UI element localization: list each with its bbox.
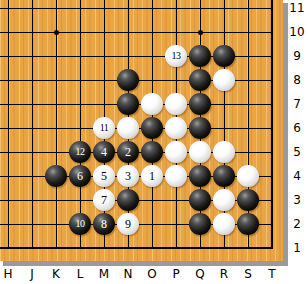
col-label-S: S xyxy=(238,267,258,281)
row-label-1: 1 xyxy=(287,240,307,256)
row-label-3: 3 xyxy=(287,192,307,208)
row-label-2: 2 xyxy=(287,216,307,232)
col-label-Q: Q xyxy=(190,267,210,281)
col-label-O: O xyxy=(142,267,162,281)
row-label-7: 7 xyxy=(287,96,307,112)
col-label-H: H xyxy=(0,267,18,281)
row-label-6: 6 xyxy=(287,120,307,136)
col-label-J: J xyxy=(22,267,42,281)
col-label-N: N xyxy=(118,267,138,281)
row-label-4: 4 xyxy=(287,168,307,184)
col-label-R: R xyxy=(214,267,234,281)
coordinate-labels: HJKLMNOPQRST1110987654321 xyxy=(0,0,308,284)
col-label-K: K xyxy=(46,267,66,281)
col-label-L: L xyxy=(70,267,90,281)
row-label-5: 5 xyxy=(287,144,307,160)
go-diagram: 13111242653171089 HJKLMNOPQRST1110987654… xyxy=(0,0,308,284)
row-label-11: 11 xyxy=(287,0,307,16)
row-label-8: 8 xyxy=(287,72,307,88)
col-label-T: T xyxy=(262,267,282,281)
row-label-10: 10 xyxy=(287,24,307,40)
col-label-P: P xyxy=(166,267,186,281)
col-label-M: M xyxy=(94,267,114,281)
row-label-9: 9 xyxy=(287,48,307,64)
